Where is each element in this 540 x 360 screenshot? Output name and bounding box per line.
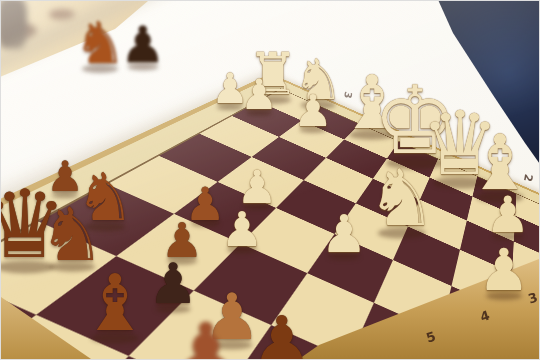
black-bishop-f8: ♝ — [80, 264, 150, 342]
white-pawn-d4: ♟ — [321, 208, 368, 260]
white-pawn-b2: ♟ — [486, 190, 531, 240]
bg-knight: ♞ — [74, 14, 126, 72]
white-pawn-h2: ♟ — [240, 74, 278, 116]
black-pawn-near-edge-clipped: ♟ — [168, 312, 243, 360]
white-knight-d2: ♞ — [367, 159, 437, 237]
white-pawn-a3: ♟ — [478, 241, 530, 299]
black-pawn-c7: ♟ — [251, 307, 314, 360]
white-pawn-e5: ♟ — [220, 205, 263, 253]
bg-pawn: ♟ — [121, 20, 166, 70]
chess-photo: 54323 ♟♞♜♞♟♟♟♝♚♛♟♝♟♟♞♞♟♟♟♟♛♞♟♟♝♟♟♟ — [0, 0, 540, 360]
white-pawn-g2: ♟ — [293, 89, 332, 133]
black-pawn-e7-dark: ♟ — [148, 256, 198, 312]
